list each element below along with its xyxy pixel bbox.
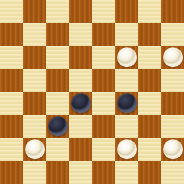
square-r4c5-dark[interactable] [115, 92, 138, 115]
checkers-board [0, 0, 184, 184]
square-r1c2-dark[interactable] [46, 23, 69, 46]
square-r5c3-light[interactable] [69, 115, 92, 138]
square-r0c1-dark[interactable] [23, 0, 46, 23]
square-r3c6-dark[interactable] [138, 69, 161, 92]
square-r4c3-dark[interactable] [69, 92, 92, 115]
white-man[interactable] [117, 47, 137, 67]
square-r0c0-light[interactable] [0, 0, 23, 23]
square-r3c7-light[interactable] [161, 69, 184, 92]
square-r7c5-light[interactable] [115, 161, 138, 184]
square-r5c1-light[interactable] [23, 115, 46, 138]
square-r5c5-light[interactable] [115, 115, 138, 138]
square-r2c2-light[interactable] [46, 46, 69, 69]
square-r4c7-dark[interactable] [161, 92, 184, 115]
square-r1c1-light[interactable] [23, 23, 46, 46]
square-r6c5-dark[interactable] [115, 138, 138, 161]
square-r0c5-dark[interactable] [115, 0, 138, 23]
square-r5c0-dark[interactable] [0, 115, 23, 138]
square-r3c0-dark[interactable] [0, 69, 23, 92]
square-r7c0-dark[interactable] [0, 161, 23, 184]
square-r2c6-light[interactable] [138, 46, 161, 69]
square-r6c3-dark[interactable] [69, 138, 92, 161]
square-r6c4-light[interactable] [92, 138, 115, 161]
square-r5c2-dark[interactable] [46, 115, 69, 138]
square-r4c6-light[interactable] [138, 92, 161, 115]
square-r6c2-light[interactable] [46, 138, 69, 161]
square-r7c1-light[interactable] [23, 161, 46, 184]
square-r2c1-dark[interactable] [23, 46, 46, 69]
square-r1c4-dark[interactable] [92, 23, 115, 46]
square-r1c5-light[interactable] [115, 23, 138, 46]
square-r6c6-light[interactable] [138, 138, 161, 161]
square-r4c1-dark[interactable] [23, 92, 46, 115]
square-r2c3-dark[interactable] [69, 46, 92, 69]
square-r4c0-light[interactable] [0, 92, 23, 115]
square-r5c6-dark[interactable] [138, 115, 161, 138]
square-r2c5-dark[interactable] [115, 46, 138, 69]
square-r7c7-light[interactable] [161, 161, 184, 184]
square-r0c7-dark[interactable] [161, 0, 184, 23]
square-r3c2-dark[interactable] [46, 69, 69, 92]
square-r5c4-dark[interactable] [92, 115, 115, 138]
square-r3c4-dark[interactable] [92, 69, 115, 92]
square-r1c0-dark[interactable] [0, 23, 23, 46]
square-r6c1-dark[interactable] [23, 138, 46, 161]
square-r7c3-light[interactable] [69, 161, 92, 184]
white-man[interactable] [117, 139, 137, 159]
white-man[interactable] [163, 47, 183, 67]
square-r4c4-light[interactable] [92, 92, 115, 115]
square-r2c4-light[interactable] [92, 46, 115, 69]
square-r3c3-light[interactable] [69, 69, 92, 92]
square-r6c7-dark[interactable] [161, 138, 184, 161]
square-r0c6-light[interactable] [138, 0, 161, 23]
square-r0c3-dark[interactable] [69, 0, 92, 23]
square-r5c7-light[interactable] [161, 115, 184, 138]
black-man[interactable] [117, 93, 137, 113]
white-man[interactable] [25, 139, 45, 159]
square-r4c2-light[interactable] [46, 92, 69, 115]
square-r6c0-light[interactable] [0, 138, 23, 161]
square-r3c5-light[interactable] [115, 69, 138, 92]
square-r7c2-dark[interactable] [46, 161, 69, 184]
square-r1c6-dark[interactable] [138, 23, 161, 46]
white-man[interactable] [163, 139, 183, 159]
square-r7c6-dark[interactable] [138, 161, 161, 184]
black-man[interactable] [48, 116, 68, 136]
square-r0c4-light[interactable] [92, 0, 115, 23]
square-r7c4-dark[interactable] [92, 161, 115, 184]
square-r3c1-light[interactable] [23, 69, 46, 92]
black-man[interactable] [71, 93, 91, 113]
square-r1c3-light[interactable] [69, 23, 92, 46]
square-r1c7-light[interactable] [161, 23, 184, 46]
square-r0c2-light[interactable] [46, 0, 69, 23]
square-r2c0-light[interactable] [0, 46, 23, 69]
square-r2c7-dark[interactable] [161, 46, 184, 69]
